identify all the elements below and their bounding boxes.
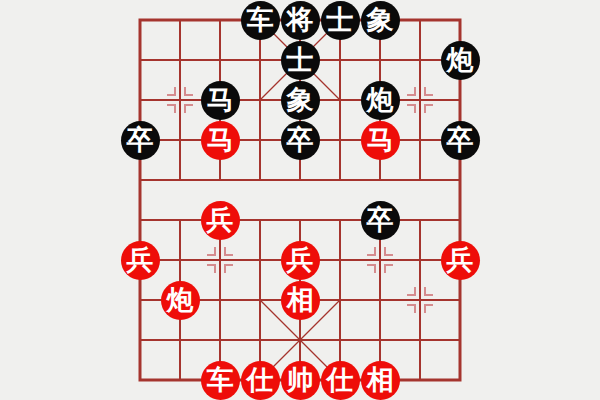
piece-black-soldier[interactable]: 卒 [280,120,320,160]
piece-black-cannon[interactable]: 炮 [360,80,400,120]
piece-glyph: 象 [281,81,320,120]
piece-red-soldier[interactable]: 兵 [440,240,480,280]
piece-layer[interactable]: 车将士象士炮马象炮卒卒卒卒马马兵兵兵兵炮相车仕帅仕相 [120,0,480,400]
piece-glyph: 炮 [161,281,200,320]
piece-glyph: 仕 [321,361,360,400]
piece-red-soldier[interactable]: 兵 [280,240,320,280]
piece-glyph: 车 [201,361,240,400]
piece-red-general[interactable]: 帅 [280,360,320,400]
piece-glyph: 马 [201,81,240,120]
piece-red-cannon[interactable]: 炮 [160,280,200,320]
piece-glyph: 仕 [241,361,280,400]
piece-black-chariot[interactable]: 车 [240,0,280,40]
piece-black-soldier[interactable]: 卒 [360,200,400,240]
piece-glyph: 马 [201,121,240,160]
piece-glyph: 卒 [281,121,320,160]
piece-glyph: 兵 [441,241,480,280]
piece-black-advisor[interactable]: 士 [280,40,320,80]
piece-glyph: 将 [281,1,320,40]
piece-red-advisor[interactable]: 仕 [320,360,360,400]
piece-black-cannon[interactable]: 炮 [440,40,480,80]
piece-glyph: 兵 [281,241,320,280]
piece-glyph: 车 [241,1,280,40]
piece-glyph: 士 [321,1,360,40]
piece-black-elephant[interactable]: 象 [280,80,320,120]
piece-glyph: 炮 [441,41,480,80]
piece-glyph: 卒 [121,121,160,160]
piece-glyph: 相 [361,361,400,400]
piece-red-soldier[interactable]: 兵 [200,200,240,240]
piece-red-elephant[interactable]: 相 [360,360,400,400]
piece-glyph: 卒 [441,121,480,160]
piece-red-chariot[interactable]: 车 [200,360,240,400]
piece-black-soldier[interactable]: 卒 [120,120,160,160]
piece-black-elephant[interactable]: 象 [360,0,400,40]
piece-red-soldier[interactable]: 兵 [120,240,160,280]
piece-red-horse[interactable]: 马 [200,120,240,160]
piece-glyph: 炮 [361,81,400,120]
piece-red-elephant[interactable]: 相 [280,280,320,320]
piece-black-general[interactable]: 将 [280,0,320,40]
piece-glyph: 卒 [361,201,400,240]
piece-glyph: 士 [281,41,320,80]
piece-black-soldier[interactable]: 卒 [440,120,480,160]
piece-glyph: 马 [361,121,400,160]
piece-black-horse[interactable]: 马 [200,80,240,120]
piece-glyph: 帅 [281,361,320,400]
piece-red-horse[interactable]: 马 [360,120,400,160]
piece-glyph: 相 [281,281,320,320]
xiangqi-board: 车将士象士炮马象炮卒卒卒卒马马兵兵兵兵炮相车仕帅仕相 [0,0,600,400]
piece-glyph: 兵 [201,201,240,240]
piece-black-advisor[interactable]: 士 [320,0,360,40]
piece-red-advisor[interactable]: 仕 [240,360,280,400]
piece-glyph: 象 [361,1,400,40]
piece-glyph: 兵 [121,241,160,280]
